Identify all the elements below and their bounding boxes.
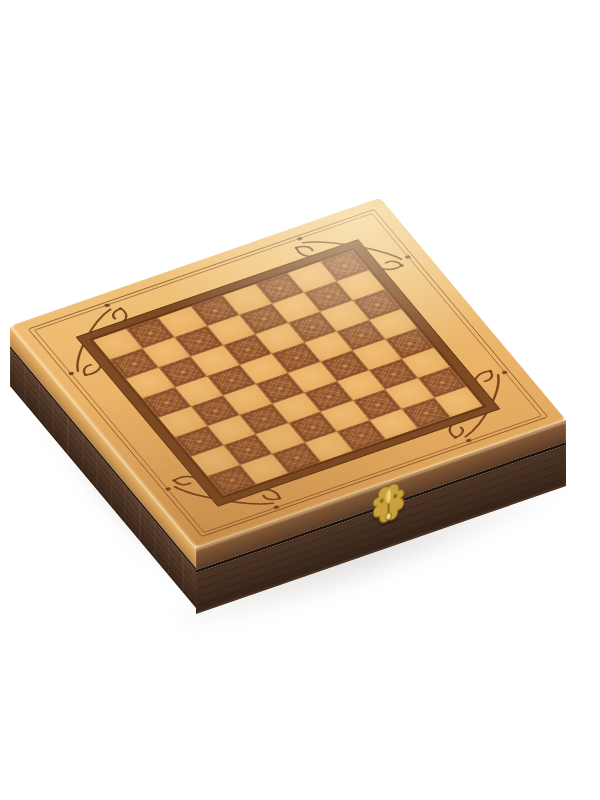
product-photo bbox=[0, 0, 600, 800]
